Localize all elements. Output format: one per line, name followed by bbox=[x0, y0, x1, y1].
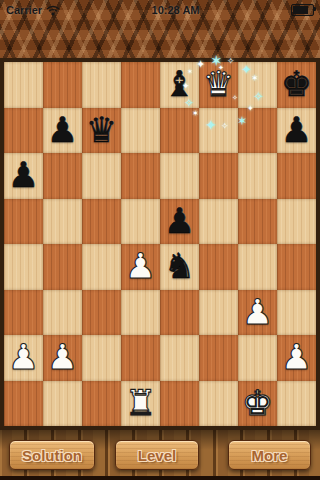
square-a2[interactable]: ♟ bbox=[4, 335, 43, 381]
status-bar: Carrier 10:28 AM bbox=[0, 0, 320, 20]
square-c3[interactable] bbox=[82, 290, 121, 336]
square-b4[interactable] bbox=[43, 244, 82, 290]
square-g6[interactable] bbox=[238, 153, 277, 199]
square-a6[interactable]: ♟ bbox=[4, 153, 43, 199]
square-f5[interactable] bbox=[199, 199, 238, 245]
square-a1[interactable] bbox=[4, 381, 43, 427]
piece-black-knight-e4[interactable]: ♞ bbox=[164, 244, 195, 289]
square-d1[interactable]: ♜ bbox=[121, 381, 160, 427]
square-d2[interactable] bbox=[121, 335, 160, 381]
square-h5[interactable] bbox=[277, 199, 316, 245]
chess-board-frame: ♝♛♚♟♛♟♟♟♟♞♟♟♟♟♜♚ bbox=[0, 58, 320, 430]
square-h2[interactable]: ♟ bbox=[277, 335, 316, 381]
square-g8[interactable] bbox=[238, 62, 277, 108]
square-a5[interactable] bbox=[4, 199, 43, 245]
square-f4[interactable] bbox=[199, 244, 238, 290]
solution-button[interactable]: Solution bbox=[9, 440, 95, 470]
square-a7[interactable] bbox=[4, 108, 43, 154]
square-g5[interactable] bbox=[238, 199, 277, 245]
square-c8[interactable] bbox=[82, 62, 121, 108]
square-c4[interactable] bbox=[82, 244, 121, 290]
square-b2[interactable]: ♟ bbox=[43, 335, 82, 381]
chess-board[interactable]: ♝♛♚♟♛♟♟♟♟♞♟♟♟♟♜♚ bbox=[4, 62, 316, 426]
piece-white-rook-d1[interactable]: ♜ bbox=[125, 381, 156, 426]
square-b7[interactable]: ♟ bbox=[43, 108, 82, 154]
square-g2[interactable] bbox=[238, 335, 277, 381]
square-c1[interactable] bbox=[82, 381, 121, 427]
square-g1[interactable]: ♚ bbox=[238, 381, 277, 427]
square-f8[interactable]: ♛ bbox=[199, 62, 238, 108]
square-e4[interactable]: ♞ bbox=[160, 244, 199, 290]
square-d6[interactable] bbox=[121, 153, 160, 199]
square-a3[interactable] bbox=[4, 290, 43, 336]
square-c5[interactable] bbox=[82, 199, 121, 245]
square-e3[interactable] bbox=[160, 290, 199, 336]
square-a4[interactable] bbox=[4, 244, 43, 290]
square-b3[interactable] bbox=[43, 290, 82, 336]
piece-black-bishop-e8[interactable]: ♝ bbox=[164, 62, 195, 107]
square-f3[interactable] bbox=[199, 290, 238, 336]
piece-black-queen-c7[interactable]: ♛ bbox=[86, 108, 117, 153]
square-b1[interactable] bbox=[43, 381, 82, 427]
square-e8[interactable]: ♝ bbox=[160, 62, 199, 108]
more-button[interactable]: More bbox=[228, 440, 311, 470]
level-button[interactable]: Level bbox=[115, 440, 199, 470]
bottom-edge bbox=[0, 476, 320, 480]
battery-icon bbox=[291, 4, 314, 16]
wifi-icon bbox=[46, 5, 60, 16]
piece-black-king-h8[interactable]: ♚ bbox=[281, 62, 312, 107]
square-f7[interactable] bbox=[199, 108, 238, 154]
piece-black-pawn-b7[interactable]: ♟ bbox=[47, 108, 78, 153]
piece-black-pawn-h7[interactable]: ♟ bbox=[281, 108, 312, 153]
square-c7[interactable]: ♛ bbox=[82, 108, 121, 154]
square-f6[interactable] bbox=[199, 153, 238, 199]
square-b8[interactable] bbox=[43, 62, 82, 108]
square-e5[interactable]: ♟ bbox=[160, 199, 199, 245]
square-f2[interactable] bbox=[199, 335, 238, 381]
square-d7[interactable] bbox=[121, 108, 160, 154]
square-e7[interactable] bbox=[160, 108, 199, 154]
square-h7[interactable]: ♟ bbox=[277, 108, 316, 154]
square-c2[interactable] bbox=[82, 335, 121, 381]
square-d3[interactable] bbox=[121, 290, 160, 336]
square-d8[interactable] bbox=[121, 62, 160, 108]
app-screen: Carrier 10:28 AM ♝♛♚♟♛♟♟♟♟♞♟♟♟♟♜♚ ✦✶✧✦✶✧… bbox=[0, 0, 320, 480]
piece-white-pawn-g3[interactable]: ♟ bbox=[242, 290, 273, 335]
piece-white-pawn-a2[interactable]: ♟ bbox=[8, 335, 39, 380]
square-g4[interactable] bbox=[238, 244, 277, 290]
square-f1[interactable] bbox=[199, 381, 238, 427]
piece-black-pawn-a6[interactable]: ♟ bbox=[8, 153, 39, 198]
piece-white-queen-f8[interactable]: ♛ bbox=[203, 62, 234, 107]
piece-black-pawn-e5[interactable]: ♟ bbox=[164, 199, 195, 244]
square-d5[interactable] bbox=[121, 199, 160, 245]
piece-white-pawn-h2[interactable]: ♟ bbox=[281, 335, 312, 380]
square-e6[interactable] bbox=[160, 153, 199, 199]
square-h3[interactable] bbox=[277, 290, 316, 336]
square-h6[interactable] bbox=[277, 153, 316, 199]
square-g3[interactable]: ♟ bbox=[238, 290, 277, 336]
square-e1[interactable] bbox=[160, 381, 199, 427]
bottom-toolbar: Solution Level More bbox=[0, 430, 320, 480]
clock-label: 10:28 AM bbox=[152, 4, 200, 16]
piece-white-pawn-b2[interactable]: ♟ bbox=[47, 335, 78, 380]
square-b5[interactable] bbox=[43, 199, 82, 245]
square-a8[interactable] bbox=[4, 62, 43, 108]
piece-white-pawn-d4[interactable]: ♟ bbox=[125, 244, 156, 289]
piece-white-king-g1[interactable]: ♚ bbox=[242, 381, 273, 426]
square-c6[interactable] bbox=[82, 153, 121, 199]
square-e2[interactable] bbox=[160, 335, 199, 381]
square-h1[interactable] bbox=[277, 381, 316, 427]
square-d4[interactable]: ♟ bbox=[121, 244, 160, 290]
square-b6[interactable] bbox=[43, 153, 82, 199]
square-h8[interactable]: ♚ bbox=[277, 62, 316, 108]
square-h4[interactable] bbox=[277, 244, 316, 290]
square-g7[interactable] bbox=[238, 108, 277, 154]
carrier-label: Carrier bbox=[6, 4, 42, 16]
